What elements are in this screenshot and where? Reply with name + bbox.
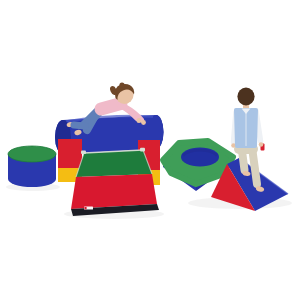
cylinder-ottoman xyxy=(8,146,56,187)
mat-brand-logo xyxy=(84,207,93,210)
folding-mat xyxy=(71,148,159,216)
cylinder-top xyxy=(8,146,56,162)
mat-green-panel xyxy=(76,150,152,177)
softplay-scene xyxy=(0,0,300,300)
boy-left-leg xyxy=(242,151,245,170)
mat-red-panel xyxy=(71,174,157,209)
boy-right-leg xyxy=(253,151,258,184)
boy-right-hand xyxy=(259,142,264,147)
left-support-block-red xyxy=(58,139,82,168)
girl-hair-tuft xyxy=(119,82,124,87)
mat-corner-tab-left xyxy=(81,151,86,155)
girl-far-hand xyxy=(141,120,146,125)
girl-near-shin xyxy=(74,125,85,126)
girl-near-hand xyxy=(137,118,142,123)
boy-head-hair xyxy=(237,88,254,106)
product-photo xyxy=(0,0,300,300)
mat-logo-mark xyxy=(84,207,86,209)
mat-corner-tab-right xyxy=(140,148,145,152)
